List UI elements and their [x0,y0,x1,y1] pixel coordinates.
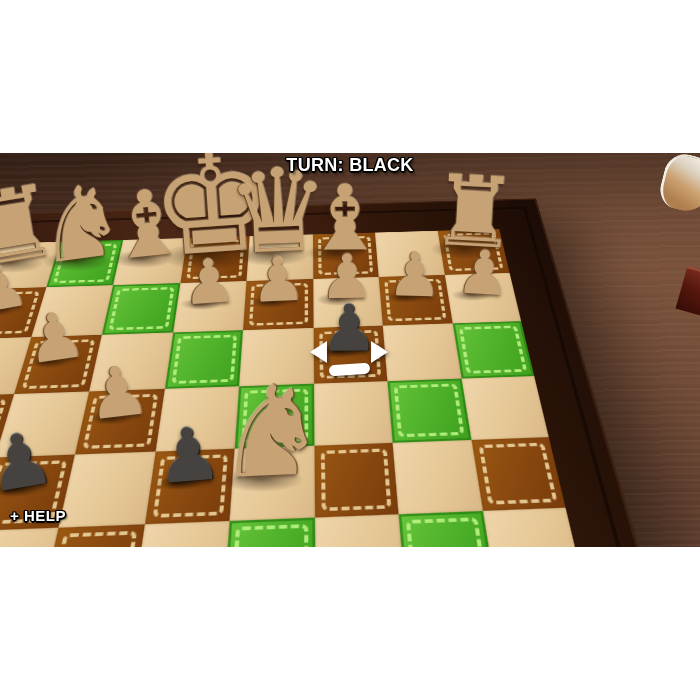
square-d5[interactable] [230,446,315,521]
square-g1[interactable] [46,240,123,287]
square-f3[interactable] [89,332,172,391]
square-c3[interactable] [313,326,387,384]
square-e4[interactable] [155,386,239,452]
game-window: ♜♞♝♚♛♝♜♟♟♟♟♟♟♟♟♟♟♟♞ TURN: BLACK + HELP [0,0,700,700]
chess-board-3d [0,198,700,547]
square-g2[interactable] [31,285,113,337]
square-c1[interactable] [312,233,378,279]
square-a4[interactable] [461,376,549,440]
square-e3[interactable] [164,330,243,388]
square-b4[interactable] [387,378,471,443]
square-f5[interactable] [59,452,155,527]
square-a1[interactable] [437,229,509,275]
square-c4[interactable] [313,381,392,446]
square-c6[interactable] [314,514,405,547]
red-box-object [675,266,700,316]
square-b1[interactable] [375,231,444,277]
square-b6[interactable] [399,510,496,547]
square-e6[interactable] [132,520,229,547]
square-f4[interactable] [75,388,164,454]
turn-indicator: TURN: BLACK [0,155,700,176]
square-a5[interactable] [471,437,566,510]
square-d4[interactable] [235,383,314,448]
square-d2[interactable] [243,279,313,331]
square-e2[interactable] [173,281,247,333]
square-f1[interactable] [113,238,186,285]
square-b5[interactable] [393,440,483,514]
square-b2[interactable] [379,275,452,326]
square-d6[interactable] [224,517,315,547]
square-d3[interactable] [239,328,313,386]
game-scene: ♜♞♝♚♛♝♜♟♟♟♟♟♟♟♟♟♟♟♞ TURN: BLACK + HELP [0,153,700,547]
square-a2[interactable] [444,273,521,324]
square-e1[interactable] [180,236,250,282]
square-g6[interactable] [0,527,59,547]
help-button[interactable]: + HELP [10,507,66,524]
square-b3[interactable] [383,323,461,380]
square-e5[interactable] [144,449,234,524]
square-a3[interactable] [452,321,534,378]
square-d1[interactable] [247,234,313,280]
square-f2[interactable] [102,283,180,335]
square-c5[interactable] [314,443,399,517]
square-c2[interactable] [313,277,383,328]
